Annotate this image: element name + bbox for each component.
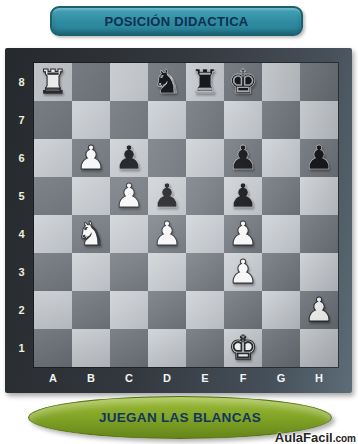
square-b4: ♞	[72, 215, 110, 253]
square-a2	[34, 291, 72, 329]
square-c6: ♟	[110, 139, 148, 177]
square-h4	[300, 215, 338, 253]
square-c2	[110, 291, 148, 329]
square-f3: ♟	[224, 253, 262, 291]
square-e5	[186, 177, 224, 215]
square-g5	[262, 177, 300, 215]
square-c3	[110, 253, 148, 291]
square-c4	[110, 215, 148, 253]
square-b7	[72, 101, 110, 139]
piece-white-rook-a8: ♜	[38, 63, 68, 101]
square-e8: ♜	[186, 63, 224, 101]
square-a8: ♜	[34, 63, 72, 101]
piece-black-king-f8: ♚	[228, 63, 258, 101]
square-e6	[186, 139, 224, 177]
square-d8: ♞	[148, 63, 186, 101]
square-e1	[186, 329, 224, 367]
square-b3	[72, 253, 110, 291]
square-f8: ♚	[224, 63, 262, 101]
square-b6: ♟	[72, 139, 110, 177]
file-label-b: B	[72, 367, 110, 391]
file-label-g: G	[262, 367, 300, 391]
square-f6: ♟	[224, 139, 262, 177]
square-f5: ♟	[224, 177, 262, 215]
square-g6	[262, 139, 300, 177]
top-banner-label: POSICIÓN DIDACTICA	[104, 14, 248, 29]
square-c8	[110, 63, 148, 101]
piece-black-pawn-c6: ♟	[114, 139, 144, 177]
piece-black-rook-e8: ♜	[190, 63, 220, 101]
square-a5	[34, 177, 72, 215]
square-b8	[72, 63, 110, 101]
square-g7	[262, 101, 300, 139]
square-h8	[300, 63, 338, 101]
piece-black-pawn-f5: ♟	[228, 177, 258, 215]
square-a6	[34, 139, 72, 177]
watermark-suffix: .com	[333, 433, 356, 444]
piece-black-pawn-h6: ♟	[304, 139, 334, 177]
top-banner: POSICIÓN DIDACTICA	[50, 6, 303, 36]
rank-label-2: 2	[9, 291, 34, 329]
square-f1: ♚	[224, 329, 262, 367]
square-h6: ♟	[300, 139, 338, 177]
file-label-a: A	[34, 367, 72, 391]
chess-board: 8♜♞♜♚76♟♟♟♟5♟♟♟4♞♟♟3♟2♟1♚ABCDEFGH	[9, 63, 338, 391]
piece-white-pawn-f3: ♟	[228, 253, 258, 291]
square-h3	[300, 253, 338, 291]
rank-label-6: 6	[9, 139, 34, 177]
square-f4: ♟	[224, 215, 262, 253]
piece-black-pawn-f6: ♟	[228, 139, 258, 177]
square-d6	[148, 139, 186, 177]
piece-white-pawn-d4: ♟	[152, 215, 182, 253]
square-b2	[72, 291, 110, 329]
piece-black-knight-d8: ♞	[152, 63, 182, 101]
bottom-banner-label: JUEGAN LAS BLANCAS	[99, 410, 261, 425]
square-d5: ♟	[148, 177, 186, 215]
square-d4: ♟	[148, 215, 186, 253]
square-g1	[262, 329, 300, 367]
chess-board-frame: 8♜♞♜♚76♟♟♟♟5♟♟♟4♞♟♟3♟2♟1♚ABCDEFGH	[5, 48, 352, 393]
watermark-brand: AulaFacil	[275, 430, 333, 444]
watermark: AulaFacil.com	[275, 428, 356, 444]
square-h1	[300, 329, 338, 367]
square-f7	[224, 101, 262, 139]
square-d7	[148, 101, 186, 139]
square-e3	[186, 253, 224, 291]
board-corner	[9, 367, 34, 391]
piece-white-king-f1: ♚	[228, 329, 258, 367]
piece-white-pawn-f4: ♟	[228, 215, 258, 253]
square-g3	[262, 253, 300, 291]
file-label-e: E	[186, 367, 224, 391]
rank-label-1: 1	[9, 329, 34, 367]
square-g2	[262, 291, 300, 329]
rank-label-5: 5	[9, 177, 34, 215]
square-d2	[148, 291, 186, 329]
square-h7	[300, 101, 338, 139]
piece-white-pawn-b6: ♟	[76, 139, 106, 177]
square-e2	[186, 291, 224, 329]
file-label-d: D	[148, 367, 186, 391]
piece-white-pawn-h2: ♟	[304, 291, 334, 329]
square-h2: ♟	[300, 291, 338, 329]
rank-label-4: 4	[9, 215, 34, 253]
file-label-h: H	[300, 367, 338, 391]
square-h5	[300, 177, 338, 215]
square-c1	[110, 329, 148, 367]
rank-label-3: 3	[9, 253, 34, 291]
square-c5: ♟	[110, 177, 148, 215]
square-g8	[262, 63, 300, 101]
square-g4	[262, 215, 300, 253]
square-b1	[72, 329, 110, 367]
piece-white-knight-b4: ♞	[76, 215, 106, 253]
file-label-c: C	[110, 367, 148, 391]
piece-white-pawn-c5: ♟	[114, 177, 144, 215]
square-a1	[34, 329, 72, 367]
square-c7	[110, 101, 148, 139]
square-d1	[148, 329, 186, 367]
square-f2	[224, 291, 262, 329]
square-d3	[148, 253, 186, 291]
square-a4	[34, 215, 72, 253]
square-e4	[186, 215, 224, 253]
piece-black-pawn-d5: ♟	[152, 177, 182, 215]
file-label-f: F	[224, 367, 262, 391]
rank-label-8: 8	[9, 63, 34, 101]
square-a3	[34, 253, 72, 291]
square-a7	[34, 101, 72, 139]
square-e7	[186, 101, 224, 139]
square-b5	[72, 177, 110, 215]
rank-label-7: 7	[9, 101, 34, 139]
